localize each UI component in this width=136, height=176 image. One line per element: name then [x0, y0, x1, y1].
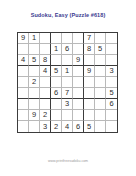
cell-r2c8: 5: [95, 44, 106, 55]
cell-r9c8: [95, 121, 106, 132]
cell-r2c9: [106, 44, 117, 55]
cell-r1c8: [95, 33, 106, 44]
cell-r1c5: [62, 33, 73, 44]
cell-r7c6: [73, 99, 84, 110]
cell-r3c3: 8: [40, 55, 51, 66]
cell-r7c4: [51, 99, 62, 110]
sudoku-sheet: Sudoku, Easy (Puzzle #618) 9171685458945…: [0, 0, 136, 176]
cell-r4c9: 3: [106, 66, 117, 77]
cell-r3c7: [84, 55, 95, 66]
cell-r1c1: 9: [18, 33, 29, 44]
cell-r8c2: 9: [29, 110, 40, 121]
cell-r2c2: [29, 44, 40, 55]
page-title: Sudoku, Easy (Puzzle #618): [0, 12, 136, 18]
cell-r4c6: [73, 66, 84, 77]
cell-r9c2: [29, 121, 40, 132]
cell-r4c2: [29, 66, 40, 77]
cell-r8c9: [106, 110, 117, 121]
cell-r5c5: [62, 77, 73, 88]
cell-r7c8: [95, 99, 106, 110]
cell-r5c3: [40, 77, 51, 88]
cell-r1c3: [40, 33, 51, 44]
cell-r7c3: [40, 99, 51, 110]
cell-r3c9: [106, 55, 117, 66]
cell-r8c7: [84, 110, 95, 121]
cell-r2c4: 1: [51, 44, 62, 55]
cell-r6c5: 7: [62, 88, 73, 99]
cell-r6c9: 5: [106, 88, 117, 99]
cell-r9c3: 3: [40, 121, 51, 132]
cell-r3c2: 5: [29, 55, 40, 66]
cell-r2c5: 6: [62, 44, 73, 55]
cell-r9c9: [106, 121, 117, 132]
cell-r1c9: [106, 33, 117, 44]
cell-r8c4: [51, 110, 62, 121]
cell-r7c7: [84, 99, 95, 110]
cell-r2c3: [40, 44, 51, 55]
cell-r6c1: [18, 88, 29, 99]
cell-r6c8: [95, 88, 106, 99]
cell-r8c6: [73, 110, 84, 121]
cell-r7c1: [18, 99, 29, 110]
cell-r3c8: [95, 55, 106, 66]
cell-r7c9: 6: [106, 99, 117, 110]
cell-r4c5: 1: [62, 66, 73, 77]
cell-r8c1: [18, 110, 29, 121]
cell-r5c6: [73, 77, 84, 88]
cell-r9c6: 6: [73, 121, 84, 132]
footer-url: www.printfreesudoku.com: [0, 159, 136, 163]
cell-r8c3: 2: [40, 110, 51, 121]
cell-r6c7: [84, 88, 95, 99]
cell-r4c7: 9: [84, 66, 95, 77]
cell-r9c4: 2: [51, 121, 62, 132]
cell-r1c7: 7: [84, 33, 95, 44]
sudoku-board: 91716854589451932675369232465: [17, 32, 118, 133]
cell-r2c6: [73, 44, 84, 55]
cell-r6c3: [40, 88, 51, 99]
cell-r1c2: 1: [29, 33, 40, 44]
cell-r3c4: [51, 55, 62, 66]
cell-r5c2: 2: [29, 77, 40, 88]
cell-r6c6: [73, 88, 84, 99]
cell-r3c1: 4: [18, 55, 29, 66]
cell-r5c8: [95, 77, 106, 88]
cell-r4c4: 5: [51, 66, 62, 77]
cell-r6c4: 6: [51, 88, 62, 99]
cell-r7c2: [29, 99, 40, 110]
cell-r1c6: [73, 33, 84, 44]
cell-r2c1: [18, 44, 29, 55]
cell-r8c5: [62, 110, 73, 121]
cell-r5c9: [106, 77, 117, 88]
cell-r8c8: [95, 110, 106, 121]
cell-r5c4: [51, 77, 62, 88]
cell-r9c7: 5: [84, 121, 95, 132]
cell-r9c5: 4: [62, 121, 73, 132]
cell-r4c8: [95, 66, 106, 77]
cell-r3c6: 9: [73, 55, 84, 66]
cell-r1c4: [51, 33, 62, 44]
cell-r4c3: 4: [40, 66, 51, 77]
cell-r7c5: 3: [62, 99, 73, 110]
cell-r2c7: 8: [84, 44, 95, 55]
cell-r9c1: [18, 121, 29, 132]
cell-r4c1: [18, 66, 29, 77]
cell-r6c2: [29, 88, 40, 99]
cell-r3c5: [62, 55, 73, 66]
cell-r5c1: [18, 77, 29, 88]
cell-r5c7: [84, 77, 95, 88]
